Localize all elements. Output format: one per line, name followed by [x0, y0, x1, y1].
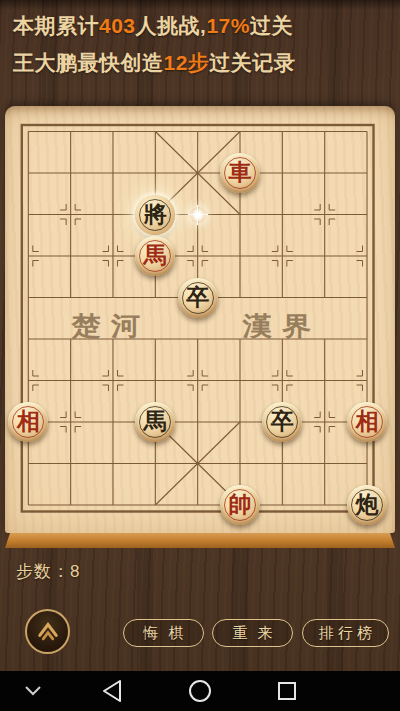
piece-character: 將 — [144, 203, 167, 226]
piece-black-炮[interactable]: 炮 — [347, 485, 387, 525]
banner-steps-record: 12步 — [164, 51, 210, 74]
step-counter-value: 8 — [70, 562, 80, 581]
piece-character: 卒 — [271, 410, 294, 433]
board-bevel-edge — [5, 533, 395, 548]
step-counter-label: 步数： — [16, 562, 70, 581]
river-label-chu-he: 楚河 — [72, 309, 150, 344]
piece-character: 卒 — [186, 286, 209, 309]
banner-text: 过关记录 — [209, 51, 295, 74]
piece-character: 炮 — [356, 493, 379, 516]
home-icon[interactable] — [190, 681, 210, 701]
android-nav-bar — [0, 671, 400, 711]
restart-button[interactable]: 重来 — [212, 619, 293, 647]
status-bar-shade — [0, 0, 400, 10]
move-sparkle-indicator — [190, 207, 206, 223]
banner-text: 本期累计 — [13, 14, 99, 37]
app-screen: 本期累计403人挑战,17%过关 王大鹏最快创造12步过关记录 楚河 漢界 車將… — [0, 0, 400, 711]
chevron-down-icon[interactable] — [26, 687, 40, 694]
banner-text: 王大鹏最快创造 — [13, 51, 164, 74]
step-counter: 步数：8 — [16, 560, 80, 583]
leaderboard-button[interactable]: 排行榜 — [302, 619, 389, 647]
piece-red-相[interactable]: 相 — [8, 402, 48, 442]
board-grid — [5, 106, 395, 533]
river-label-han-jie: 漢界 — [243, 309, 321, 344]
banner-line-1: 本期累计403人挑战,17%过关 — [13, 12, 293, 40]
piece-black-卒[interactable]: 卒 — [178, 278, 218, 318]
undo-button[interactable]: 悔棋 — [123, 619, 204, 647]
piece-character: 相 — [17, 410, 40, 433]
piece-black-卒[interactable]: 卒 — [262, 402, 302, 442]
back-icon[interactable] — [104, 681, 120, 701]
banner-count: 403 — [99, 14, 136, 37]
banner-text: 人挑战, — [136, 14, 207, 37]
chevron-up-icon — [33, 617, 63, 647]
banner-line-2: 王大鹏最快创造12步过关记录 — [13, 49, 295, 77]
piece-character: 相 — [356, 410, 379, 433]
recents-icon[interactable] — [279, 683, 295, 699]
piece-character: 馬 — [144, 410, 167, 433]
banner-percent: 17% — [206, 14, 250, 37]
banner-text: 过关 — [250, 14, 293, 37]
piece-black-馬[interactable]: 馬 — [135, 402, 175, 442]
piece-red-帥[interactable]: 帥 — [220, 485, 260, 525]
piece-red-馬[interactable]: 馬 — [135, 236, 175, 276]
piece-character: 馬 — [144, 244, 167, 267]
piece-character: 帥 — [229, 493, 252, 516]
expand-button[interactable] — [25, 609, 70, 654]
piece-red-相[interactable]: 相 — [347, 402, 387, 442]
piece-character: 車 — [229, 161, 252, 184]
piece-red-車[interactable]: 車 — [220, 153, 260, 193]
xiangqi-board[interactable]: 楚河 漢界 車將馬卒相馬卒相帥炮 — [5, 106, 395, 533]
piece-black-將[interactable]: 將 — [135, 195, 175, 235]
